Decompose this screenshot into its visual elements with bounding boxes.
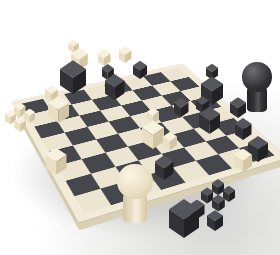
black-queen[interactable]	[242, 62, 272, 112]
black-pawn[interactable]	[230, 97, 246, 118]
white-king[interactable]	[142, 108, 164, 149]
product-photo-scene	[0, 0, 280, 255]
white-knight[interactable]	[45, 85, 69, 123]
white-pawn[interactable]	[234, 149, 252, 172]
black-bishop[interactable]	[201, 179, 235, 213]
black-pawn[interactable]	[155, 155, 174, 180]
black-knight[interactable]	[102, 64, 125, 100]
black-pawn[interactable]	[174, 98, 189, 118]
black-pawn[interactable]	[207, 210, 223, 231]
white-pawn[interactable]	[46, 148, 67, 175]
white-queen[interactable]	[117, 164, 152, 223]
black-rook[interactable]	[169, 199, 199, 238]
black-pawn[interactable]	[133, 61, 147, 79]
white-pawn[interactable]	[119, 46, 132, 63]
pieces-layer	[0, 0, 280, 255]
white-bishop[interactable]	[5, 102, 36, 133]
black-knight[interactable]	[196, 96, 220, 134]
white-pawn[interactable]	[163, 132, 177, 150]
